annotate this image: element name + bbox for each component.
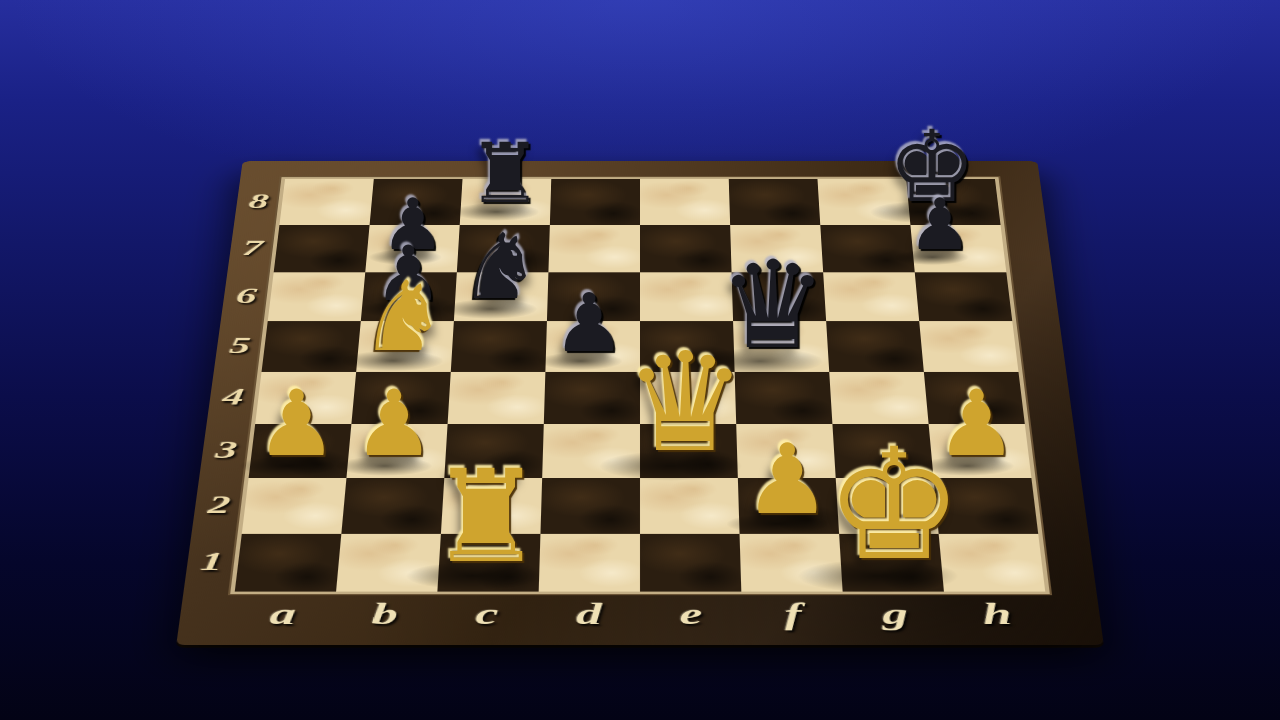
square-e8[interactable] [640, 179, 730, 225]
piece-white-pawn-f2[interactable]: ♟ [744, 435, 831, 524]
piece-black-knight-c6[interactable]: ♞ [459, 225, 541, 309]
square-d1[interactable] [539, 534, 640, 592]
file-label-d: d [537, 597, 640, 632]
square-a1[interactable] [235, 534, 342, 592]
square-c4[interactable] [448, 372, 546, 424]
file-label-g: g [843, 597, 948, 632]
square-a8[interactable] [279, 179, 373, 225]
square-a2[interactable] [242, 478, 347, 534]
rank-label-4: 4 [208, 384, 258, 410]
square-g7[interactable] [820, 225, 914, 272]
rank-label-2: 2 [194, 491, 245, 519]
file-label-c: c [435, 597, 539, 632]
square-e1[interactable] [640, 534, 741, 592]
file-label-h: h [944, 597, 1050, 632]
rank-label-1: 1 [186, 547, 238, 576]
square-h6[interactable] [915, 272, 1013, 321]
piece-white-rook-c1[interactable]: ♜ [429, 458, 544, 576]
square-d7[interactable] [548, 225, 640, 272]
square-d2[interactable] [540, 478, 640, 534]
square-d8[interactable] [550, 179, 640, 225]
square-e7[interactable] [640, 225, 732, 272]
square-a6[interactable] [268, 272, 366, 321]
piece-white-knight-b5[interactable]: ♞ [360, 272, 447, 361]
file-label-f: f [741, 597, 845, 632]
file-label-e: e [640, 597, 743, 632]
file-label-b: b [332, 597, 437, 632]
rank-label-7: 7 [229, 236, 276, 260]
square-c5[interactable] [451, 321, 547, 371]
game-background: 87654321abcdefgh ♜♚♟♟♟♞♞♟♛♟♟♛♟♟♜♚ [0, 0, 1280, 720]
square-f8[interactable] [729, 179, 821, 225]
piece-white-pawn-b3[interactable]: ♟ [353, 382, 435, 466]
rank-label-3: 3 [201, 436, 252, 463]
piece-white-queen-e3[interactable]: ♛ [624, 340, 747, 466]
square-a7[interactable] [274, 225, 370, 272]
square-f4[interactable] [735, 372, 833, 424]
piece-black-pawn-d5[interactable]: ♟ [553, 286, 626, 361]
piece-black-pawn-h7[interactable]: ♟ [908, 192, 972, 257]
piece-white-king-g1[interactable]: ♚ [825, 434, 963, 576]
piece-black-rook-c8[interactable]: ♜ [468, 136, 542, 212]
square-a5[interactable] [262, 321, 361, 371]
rank-label-5: 5 [216, 333, 265, 358]
square-g6[interactable] [823, 272, 919, 321]
square-h5[interactable] [919, 321, 1018, 371]
square-g5[interactable] [826, 321, 924, 371]
rank-label-8: 8 [236, 190, 282, 213]
square-e2[interactable] [640, 478, 740, 534]
square-b1[interactable] [336, 534, 441, 592]
rank-label-6: 6 [222, 284, 270, 309]
file-label-a: a [230, 597, 336, 632]
piece-white-pawn-a3[interactable]: ♟ [256, 382, 338, 466]
